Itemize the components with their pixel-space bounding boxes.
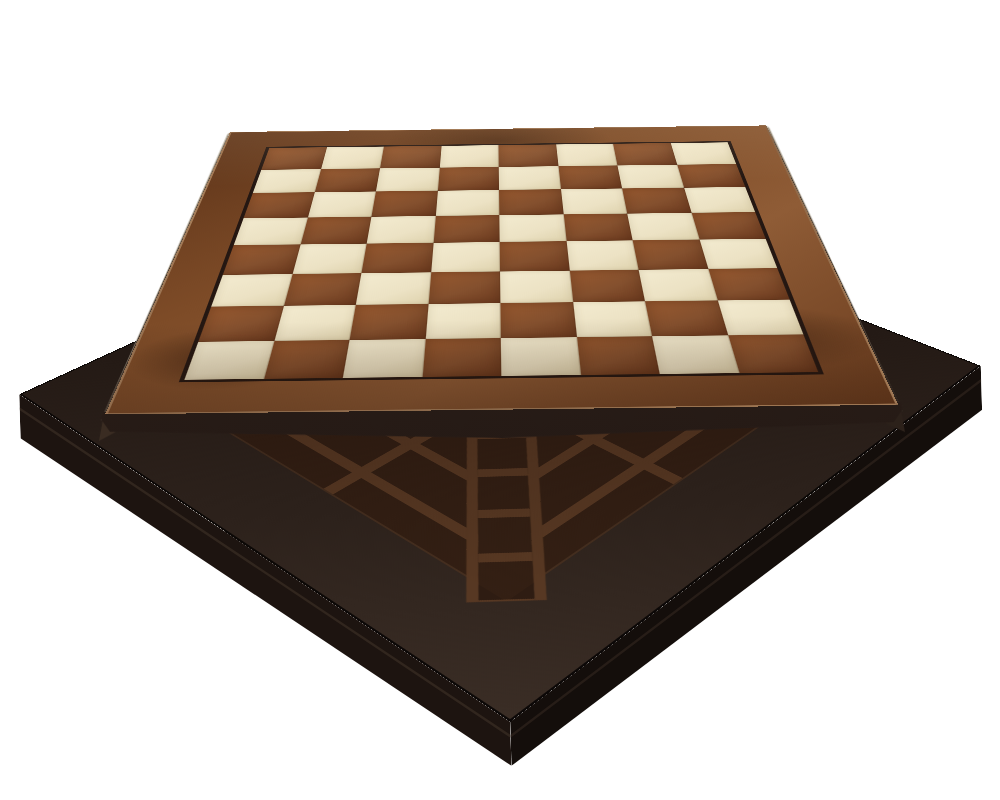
square: [261, 147, 326, 169]
square: [439, 145, 498, 167]
square: [350, 304, 428, 340]
square: [321, 147, 384, 169]
board-top-face: [105, 125, 898, 414]
square: [300, 217, 371, 245]
square: [500, 241, 570, 271]
square: [569, 270, 645, 303]
square: [498, 144, 558, 166]
square: [717, 300, 803, 336]
square: [371, 191, 437, 217]
square: [356, 272, 431, 305]
square: [499, 166, 561, 190]
square: [184, 341, 274, 380]
square: [433, 215, 499, 243]
square: [343, 339, 425, 378]
square: [314, 168, 380, 192]
square: [558, 165, 622, 189]
square: [425, 303, 501, 339]
square: [573, 301, 652, 337]
square: [708, 268, 790, 301]
square: [500, 270, 573, 303]
square: [435, 190, 499, 216]
square: [622, 188, 691, 214]
square: [234, 217, 308, 245]
square: [556, 144, 618, 166]
square: [499, 189, 563, 215]
square: [613, 143, 677, 165]
square: [422, 338, 501, 377]
square: [500, 302, 576, 338]
square: [274, 305, 356, 341]
playing-area: [184, 142, 818, 379]
square: [198, 306, 283, 342]
square: [561, 188, 628, 214]
square: [244, 192, 315, 218]
square: [211, 274, 292, 307]
square: [501, 337, 581, 376]
square: [253, 169, 321, 193]
square: [652, 335, 739, 374]
square: [431, 242, 500, 272]
square: [691, 212, 766, 240]
square: [367, 216, 436, 244]
square: [264, 340, 350, 379]
square: [633, 240, 708, 270]
square: [437, 167, 499, 191]
square: [728, 334, 819, 373]
square: [308, 191, 376, 217]
square: [361, 243, 433, 273]
square: [576, 336, 659, 375]
square: [627, 213, 699, 241]
square: [670, 142, 736, 164]
square: [223, 244, 300, 274]
square: [292, 244, 366, 274]
square: [617, 165, 683, 189]
square: [283, 273, 361, 306]
square: [428, 271, 500, 304]
square: [563, 213, 632, 241]
square: [645, 300, 728, 336]
square: [699, 239, 777, 269]
square: [677, 164, 745, 188]
square: [376, 167, 439, 191]
product-photo-scene: [0, 0, 1000, 800]
chess-board: [0, 0, 1000, 800]
square: [380, 146, 441, 168]
square: [639, 269, 718, 302]
square: [684, 187, 755, 213]
square: [499, 214, 566, 242]
square: [566, 240, 638, 270]
